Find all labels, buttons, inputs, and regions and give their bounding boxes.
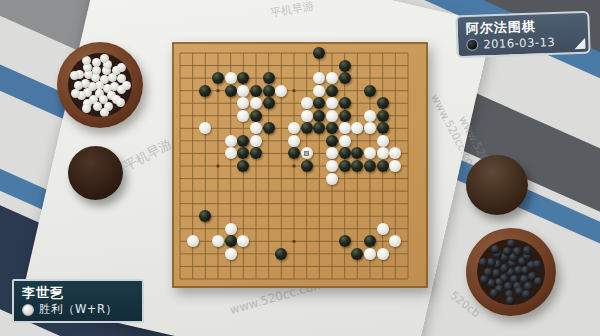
stone-black	[301, 160, 313, 172]
stone-black	[263, 97, 275, 109]
bowl-lid-right	[466, 155, 528, 215]
stone-black	[225, 85, 237, 97]
stone-white	[301, 110, 313, 122]
stone-white	[225, 248, 237, 260]
tag-leesedol: 李世乭 胜利（W+R）	[12, 279, 144, 323]
bowl-black-stone	[491, 245, 500, 254]
bowl-black-stone	[533, 260, 542, 269]
bowl-white-stone	[117, 63, 126, 72]
stone-white	[225, 223, 237, 235]
stone-black	[326, 135, 338, 147]
stone-white	[237, 85, 249, 97]
stone-black	[263, 72, 275, 84]
stone-white	[225, 72, 237, 84]
stone-black	[339, 72, 351, 84]
stone-black	[301, 122, 313, 134]
white-stone-icon	[22, 304, 34, 316]
stone-white	[301, 97, 313, 109]
bowl-white-stone	[108, 73, 117, 82]
bowl-black-stone	[487, 279, 496, 288]
game-date: 2016-03-13	[483, 35, 555, 51]
stone-black	[263, 122, 275, 134]
stone-white	[225, 135, 237, 147]
stone-white	[250, 135, 262, 147]
stone-white	[275, 85, 287, 97]
game-result: 胜利（W+R）	[39, 302, 118, 317]
stone-white	[326, 72, 338, 84]
stone-black	[364, 85, 376, 97]
stone-black	[339, 60, 351, 72]
black-stones	[477, 239, 545, 305]
stone-black	[212, 72, 224, 84]
stone-black	[250, 110, 262, 122]
stone-black	[225, 235, 237, 247]
black-stone-icon	[466, 39, 478, 51]
bowl-white-stone	[100, 108, 109, 117]
bowl-white-stone	[116, 98, 125, 107]
last-move-marker	[304, 151, 309, 156]
stone-white	[364, 110, 376, 122]
go-board	[172, 42, 428, 288]
bowl-black-stone	[480, 275, 489, 284]
bowl-black-stone	[523, 246, 532, 255]
bowl-black-stone	[522, 290, 531, 299]
stone-black	[199, 85, 211, 97]
stone-white	[326, 110, 338, 122]
stone-black	[250, 85, 262, 97]
stone-white	[326, 160, 338, 172]
stone-white	[326, 173, 338, 185]
stone-white	[339, 122, 351, 134]
bowl-white-stone	[92, 66, 101, 75]
corner-triangle-icon	[574, 38, 585, 49]
stone-black	[364, 160, 376, 172]
bowl-black-stone	[490, 289, 499, 298]
black-stone-bowl	[466, 228, 556, 316]
stone-white	[339, 135, 351, 147]
bowl-black-stone	[513, 247, 522, 256]
stone-black	[377, 160, 389, 172]
stone-black	[326, 85, 338, 97]
player-name-leesedol: 李世乭	[22, 284, 134, 301]
stone-black	[377, 122, 389, 134]
tag-alphago: 阿尔法围棋 2016-03-13	[455, 11, 590, 59]
stone-black	[339, 97, 351, 109]
alphago-vs-leesedol-photo: 平机早游平机早游www.520cc.comwww.520cc.comwww.52…	[0, 0, 600, 336]
bowl-black-stone	[506, 296, 515, 305]
bowl-black-stone	[534, 277, 543, 286]
stone-black	[263, 85, 275, 97]
stone-black	[377, 110, 389, 122]
white-stones	[68, 53, 132, 117]
bowl-white-stone	[122, 81, 131, 90]
stone-black	[339, 160, 351, 172]
stone-black	[339, 110, 351, 122]
stone-black	[339, 235, 351, 247]
bowl-white-stone	[82, 104, 91, 113]
stone-white	[313, 85, 325, 97]
stone-white	[187, 235, 199, 247]
white-stone-bowl	[57, 42, 143, 128]
bowl-black-stone	[479, 258, 488, 267]
stone-black	[377, 97, 389, 109]
stone-white	[377, 135, 389, 147]
stone-white	[288, 135, 300, 147]
stone-white	[377, 248, 389, 260]
bowl-lid-left	[68, 146, 123, 200]
stone-white	[364, 248, 376, 260]
stone-white	[377, 223, 389, 235]
